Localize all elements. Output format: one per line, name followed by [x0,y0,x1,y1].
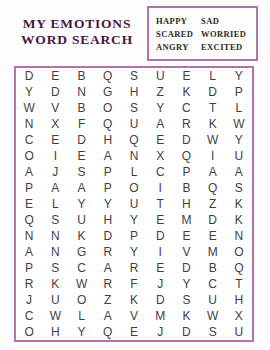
grid-cell[interactable]: P [226,84,252,100]
grid-cell[interactable]: E [147,132,173,148]
grid-cell[interactable]: O [226,244,252,260]
grid-cell[interactable]: P [16,180,42,196]
grid-cell[interactable]: P [16,260,42,276]
grid-cell[interactable]: T [200,100,226,116]
grid-cell[interactable]: P [95,180,121,196]
grid-cell[interactable]: A [95,148,121,164]
grid-cell[interactable]: J [147,276,173,292]
grid-cell[interactable]: U [226,324,252,340]
grid-cell[interactable]: Y [226,132,252,148]
grid-cell[interactable]: K [226,212,252,228]
title-line-1: MY EMOTIONS [12,16,142,32]
grid-cell[interactable]: H [95,132,121,148]
grid-cell[interactable]: D [173,324,199,340]
grid-cell[interactable]: L [42,196,68,212]
grid-cell[interactable]: O [68,292,94,308]
grid-cell[interactable]: N [16,116,42,132]
grid-cell[interactable]: Q [95,116,121,132]
grid-cell[interactable]: I [147,244,173,260]
grid-cell[interactable]: V [173,244,199,260]
grid-cell[interactable]: P [95,164,121,180]
grid-cell[interactable]: K [42,276,68,292]
grid-cell[interactable]: B [200,260,226,276]
grid-cell[interactable]: Y [68,196,94,212]
grid-cell[interactable]: N [121,148,147,164]
grid-cell[interactable]: X [147,148,173,164]
grid-cell[interactable]: D [42,84,68,100]
word-list-item: SCARED [156,29,201,39]
grid-cell[interactable]: R [95,276,121,292]
grid-cell[interactable]: D [200,212,226,228]
grid-cell[interactable]: B [68,68,94,84]
grid-cell[interactable]: C [68,260,94,276]
grid-cell[interactable]: D [68,132,94,148]
grid-cell[interactable]: X [42,116,68,132]
grid-cell[interactable]: A [16,164,42,180]
grid-cell[interactable]: W [68,276,94,292]
grid-cell[interactable]: L [200,68,226,84]
grid-cell[interactable]: J [42,164,68,180]
grid-cell[interactable]: C [16,132,42,148]
grid-cell[interactable]: L [68,308,94,324]
grid-cell[interactable]: V [121,308,147,324]
grid-cell[interactable]: F [121,276,147,292]
grid-cell[interactable]: W [16,100,42,116]
grid-cell[interactable]: T [147,196,173,212]
grid-cell[interactable]: Y [121,244,147,260]
grid-cell[interactable]: W [200,132,226,148]
grid-cell[interactable]: U [68,212,94,228]
grid-cell[interactable]: B [68,100,94,116]
grid-cell[interactable]: L [226,100,252,116]
grid-cell[interactable]: Z [147,84,173,100]
grid-cell[interactable]: S [42,212,68,228]
grid-cell[interactable]: D [173,132,199,148]
grid-cell[interactable]: C [173,100,199,116]
grid-cell[interactable]: E [200,228,226,244]
word-list-item: EXCITED [201,42,256,52]
grid-cell[interactable]: Q [95,324,121,340]
grid-cell[interactable]: Y [95,196,121,212]
grid-cell[interactable]: M [173,212,199,228]
grid-cell[interactable]: N [16,228,42,244]
grid-cell[interactable]: A [200,164,226,180]
grid-cell[interactable]: J [16,292,42,308]
grid-cell[interactable]: S [173,292,199,308]
grid-cell[interactable]: B [173,180,199,196]
grid-cell[interactable]: U [226,148,252,164]
grid-cell[interactable]: L [121,164,147,180]
grid-cell[interactable]: W [200,308,226,324]
grid-cell[interactable]: A [16,244,42,260]
grid-cell[interactable]: R [95,244,121,260]
grid-cell[interactable]: E [42,132,68,148]
grid-cell[interactable]: W [42,308,68,324]
grid-cell[interactable]: U [121,196,147,212]
grid-cell[interactable]: E [173,68,199,84]
word-list-item: HAPPY [156,16,201,26]
word-list-item: ANGRY [156,42,201,52]
grid-cell[interactable]: E [16,196,42,212]
grid-cell[interactable]: Q [200,180,226,196]
grid-cell[interactable]: U [42,292,68,308]
grid-cell[interactable]: P [173,164,199,180]
grid-cell[interactable]: Y [121,212,147,228]
grid-cell[interactable]: C [147,164,173,180]
grid-cell[interactable]: D [173,260,199,276]
grid-cell[interactable]: C [200,276,226,292]
grid-cell[interactable]: J [147,324,173,340]
grid-cell[interactable]: N [68,84,94,100]
grid-cell[interactable]: Q [121,132,147,148]
grid-cell[interactable]: A [68,180,94,196]
grid-cell[interactable]: R [121,260,147,276]
grid-cell[interactable]: D [95,228,121,244]
grid-cell[interactable]: Y [16,84,42,100]
grid-cell[interactable]: U [200,292,226,308]
grid-cell[interactable]: O [121,180,147,196]
grid-cell[interactable]: E [42,68,68,84]
grid-cell[interactable]: R [16,276,42,292]
grid-cell[interactable]: I [42,148,68,164]
grid-cell[interactable]: I [200,148,226,164]
grid-cell[interactable]: S [68,164,94,180]
puzzle-title: MY EMOTIONS WORD SEARCH [12,16,142,48]
word-list-item: WORRIED [201,29,256,39]
grid-cell[interactable]: D [147,228,173,244]
grid-cell[interactable]: K [173,308,199,324]
grid-cell[interactable]: U [121,116,147,132]
grid-cell[interactable]: A [95,308,121,324]
grid-cell[interactable]: C [16,308,42,324]
grid-cell[interactable]: E [147,212,173,228]
word-list-item: SAD [201,16,256,26]
grid-cell[interactable]: S [42,260,68,276]
grid-cell[interactable]: D [147,292,173,308]
grid-cell[interactable]: N [42,228,68,244]
grid-cell[interactable]: H [173,196,199,212]
grid-cell[interactable]: A [42,180,68,196]
grid-cell[interactable]: A [147,116,173,132]
grid-cell[interactable]: H [226,292,252,308]
grid-cell[interactable]: I [147,180,173,196]
grid-cell[interactable]: O [95,100,121,116]
grid-cell[interactable]: D [200,84,226,100]
grid-cell[interactable]: Q [16,212,42,228]
grid-cell[interactable]: Q [226,260,252,276]
letter-grid: DEBQSUELYYDNGHZKDPWVBOSYCTLNXFQUARKWCEDH… [14,66,254,342]
grid-cell[interactable]: Y [68,324,94,340]
grid-cell[interactable]: H [42,324,68,340]
grid-cell[interactable]: D [16,68,42,84]
grid-cell[interactable]: F [68,116,94,132]
grid-cell[interactable]: X [226,308,252,324]
grid-cell[interactable]: Y [226,68,252,84]
grid-cell[interactable]: S [121,68,147,84]
grid-cell[interactable]: U [147,68,173,84]
grid-cell[interactable]: R [173,116,199,132]
grid-cell[interactable]: M [147,308,173,324]
grid-cell[interactable]: K [68,228,94,244]
grid-cell[interactable]: V [42,100,68,116]
grid-cell[interactable]: Z [95,292,121,308]
grid-cell[interactable]: G [95,84,121,100]
grid-cell[interactable]: E [68,148,94,164]
grid-cell[interactable]: W [226,116,252,132]
grid-cell[interactable]: G [68,244,94,260]
grid-cell[interactable]: E [173,228,199,244]
grid-cell[interactable]: Y [173,276,199,292]
grid-cell[interactable]: K [173,84,199,100]
grid-cell[interactable]: K [226,196,252,212]
grid-cell[interactable]: N [226,228,252,244]
grid-cell[interactable]: H [121,84,147,100]
grid-cell[interactable]: E [147,260,173,276]
grid-cell[interactable]: T [226,276,252,292]
title-line-2: WORD SEARCH [12,32,142,48]
word-list-box: HAPPYSADSCAREDWORRIEDANGRYEXCITED [147,6,258,61]
grid-cell[interactable]: N [42,244,68,260]
grid-cell[interactable]: H [95,212,121,228]
grid-cell[interactable]: O [16,148,42,164]
grid-cell[interactable]: Y [147,100,173,116]
grid-cell[interactable]: S [121,100,147,116]
grid-cell[interactable]: E [121,324,147,340]
grid-cell[interactable]: Q [95,68,121,84]
grid-cell[interactable]: A [95,260,121,276]
grid-cell[interactable]: P [121,228,147,244]
grid-cell[interactable]: Z [200,196,226,212]
grid-cell[interactable]: K [200,116,226,132]
grid-cell[interactable]: S [226,180,252,196]
grid-cell[interactable]: M [200,244,226,260]
grid-cell[interactable]: K [121,292,147,308]
grid-cell[interactable]: S [200,324,226,340]
grid-cell[interactable]: O [16,324,42,340]
grid-cell[interactable]: Q [173,148,199,164]
grid-cell[interactable]: A [226,164,252,180]
